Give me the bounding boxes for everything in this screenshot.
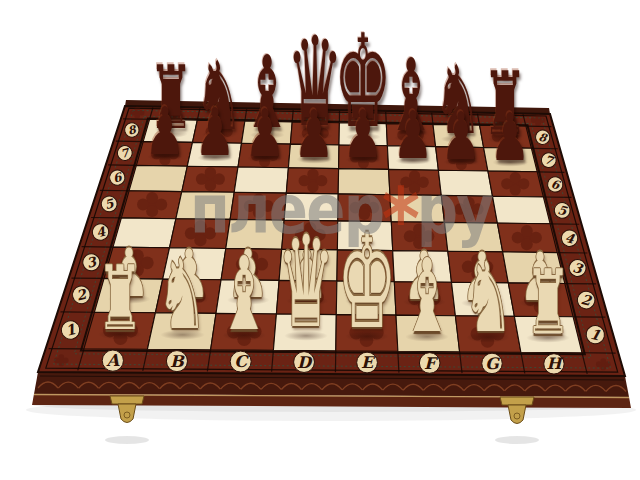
chess-set-photo: ABCDEFGH8877665544332211 ♜♞♝♛♚♝♞♜♟♟♟♟♟♟♟… [0, 0, 640, 480]
square-g6[interactable] [438, 170, 492, 196]
square-c6[interactable] [234, 167, 288, 193]
svg-text:G: G [485, 354, 500, 373]
piece-white-rook-h1[interactable]: ♜ [517, 278, 578, 347]
piece-black-pawn-e7[interactable]: ♟ [338, 110, 389, 167]
file-label-c: C [230, 351, 251, 372]
svg-text:C: C [234, 352, 249, 371]
piece-white-knight-b1[interactable]: ♞ [149, 270, 216, 345]
piece-black-pawn-a7[interactable]: ♟ [139, 107, 190, 164]
square-b5[interactable] [176, 192, 234, 220]
square-f5[interactable] [390, 195, 445, 223]
piece-black-pawn-c7[interactable]: ♟ [239, 109, 290, 166]
piece-white-rook-a1[interactable]: ♜ [90, 275, 151, 344]
file-label-h: H [544, 354, 565, 374]
piece-black-pawn-d7[interactable]: ♟ [289, 110, 340, 167]
piece-white-bishop-f1[interactable]: ♝ [392, 268, 462, 346]
piece-black-pawn-b7[interactable]: ♟ [189, 108, 240, 165]
piece-white-knight-g1[interactable]: ♞ [454, 272, 521, 347]
piece-black-pawn-g7[interactable]: ♟ [436, 112, 487, 169]
file-label-f: F [419, 353, 440, 374]
svg-text:B: B [170, 352, 185, 371]
file-label-b: B [166, 351, 187, 372]
piece-black-pawn-f7[interactable]: ♟ [387, 111, 438, 168]
square-h5[interactable] [493, 196, 551, 224]
square-a6[interactable] [129, 165, 187, 191]
svg-text:A: A [105, 351, 120, 370]
file-label-a: A [102, 350, 123, 371]
piece-black-pawn-h7[interactable]: ♟ [484, 113, 535, 170]
square-e6[interactable] [338, 169, 390, 195]
file-label-g: G [482, 353, 502, 373]
